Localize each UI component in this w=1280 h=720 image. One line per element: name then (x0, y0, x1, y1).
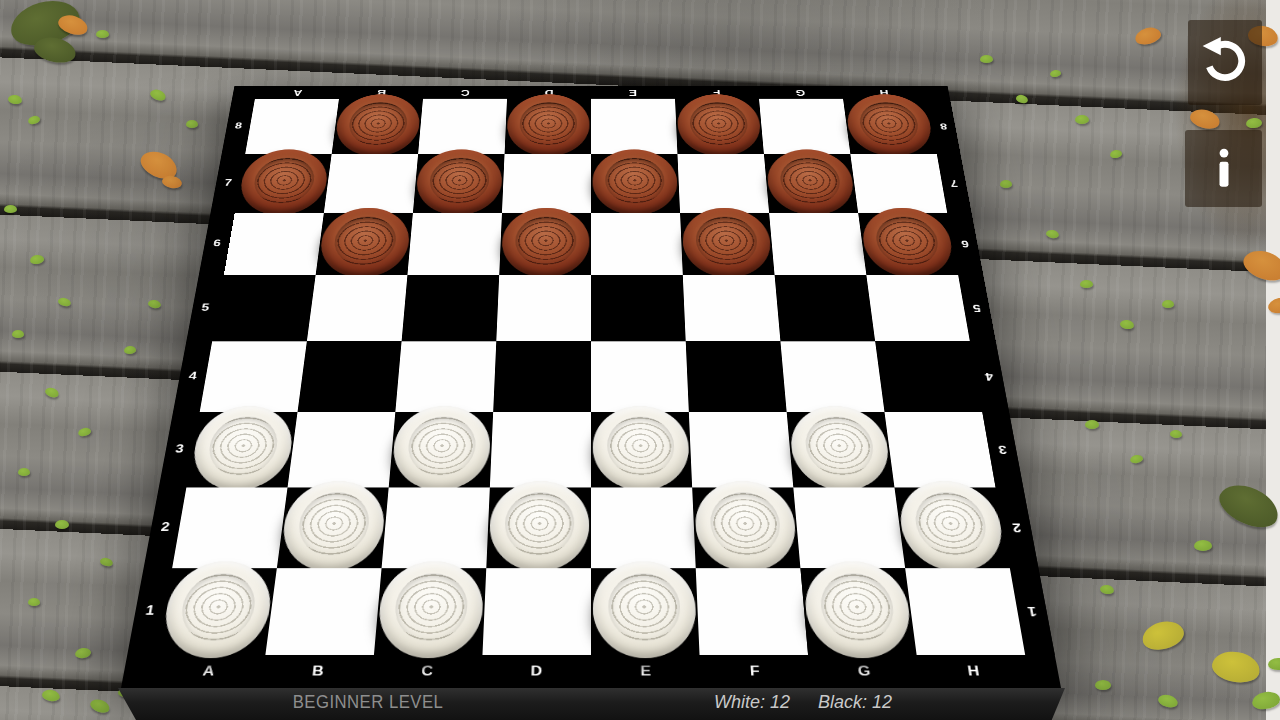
piece-rings (296, 493, 372, 556)
square-f5[interactable] (683, 275, 781, 341)
piece-rings (347, 102, 409, 145)
square-a8[interactable] (245, 99, 339, 154)
status-bar: BEGINNER LEVEL White: 12 Black: 12 (118, 688, 1065, 720)
square-e1[interactable] (591, 568, 700, 655)
piece-rings (504, 493, 574, 556)
piece-white-d2[interactable] (488, 481, 589, 571)
board-corner (925, 86, 950, 99)
square-b6[interactable] (316, 213, 413, 275)
square-b8[interactable] (332, 99, 423, 154)
piece-counts: White: 12 Black: 12 (714, 692, 892, 713)
checkers-board: ABCDEFGH8877665544332211ABCDEFGH (121, 86, 1061, 688)
piece-rings (873, 217, 941, 266)
square-g8[interactable] (759, 99, 850, 154)
info-icon (1201, 144, 1247, 194)
square-e8[interactable] (591, 99, 677, 154)
piece-rings (608, 574, 681, 642)
square-c7[interactable] (413, 154, 505, 213)
leaf (1085, 420, 1099, 429)
square-a4[interactable] (200, 341, 307, 412)
square-d4[interactable] (493, 341, 591, 412)
piece-white-c3[interactable] (390, 406, 491, 490)
black-count-label: Black: 12 (818, 692, 892, 713)
square-a5[interactable] (212, 275, 315, 341)
square-c5[interactable] (402, 275, 500, 341)
square-c2[interactable] (382, 487, 490, 568)
file-label-bottom-h: H (917, 655, 1031, 688)
piece-dark-f6[interactable] (682, 208, 773, 278)
leaf (55, 520, 69, 529)
square-c6[interactable] (407, 213, 502, 275)
square-d7[interactable] (502, 154, 591, 213)
piece-rings (205, 417, 281, 476)
file-label-top-c: C (423, 86, 508, 99)
piece-dark-b8[interactable] (333, 94, 422, 156)
square-f2[interactable] (692, 487, 800, 568)
piece-rings (515, 217, 577, 266)
square-h2[interactable] (894, 487, 1009, 568)
square-h8[interactable] (843, 99, 937, 154)
square-d8[interactable] (505, 99, 591, 154)
leaf (1268, 658, 1280, 670)
leaf (1095, 680, 1111, 690)
square-g6[interactable] (769, 213, 866, 275)
piece-rings (709, 493, 782, 556)
file-label-bottom-f: F (700, 655, 811, 688)
square-b2[interactable] (277, 487, 389, 568)
square-g7[interactable] (764, 154, 858, 213)
piece-rings (818, 574, 897, 642)
info-button[interactable] (1185, 130, 1262, 207)
piece-white-a1[interactable] (158, 562, 275, 659)
piece-rings (803, 417, 876, 476)
square-f7[interactable] (677, 154, 769, 213)
square-f4[interactable] (686, 341, 787, 412)
square-c8[interactable] (418, 99, 507, 154)
square-g3[interactable] (787, 412, 895, 487)
square-c3[interactable] (389, 412, 493, 487)
piece-dark-b6[interactable] (317, 208, 411, 278)
piece-rings (605, 158, 665, 204)
piece-white-e3[interactable] (593, 406, 690, 490)
piece-dark-h8[interactable] (844, 94, 935, 156)
square-a1[interactable] (157, 568, 277, 655)
piece-rings (519, 102, 577, 145)
square-a2[interactable] (172, 487, 287, 568)
leaf (186, 120, 198, 128)
square-a7[interactable] (235, 154, 332, 213)
piece-white-b2[interactable] (278, 481, 387, 571)
file-label-bottom-g: G (808, 655, 921, 688)
square-a6[interactable] (224, 213, 324, 275)
square-d6[interactable] (499, 213, 591, 275)
piece-rings (393, 574, 469, 642)
leaf (1000, 180, 1012, 188)
undo-ccw-arrow-icon (1200, 36, 1250, 90)
square-h1[interactable] (905, 568, 1025, 655)
piece-white-a3[interactable] (188, 406, 296, 490)
leaf (12, 330, 24, 338)
board-corner (1025, 655, 1061, 688)
square-b4[interactable] (298, 341, 402, 412)
board-corner (232, 86, 257, 99)
white-count-label: White: 12 (714, 692, 790, 713)
piece-white-g1[interactable] (802, 562, 915, 659)
leaf (1162, 300, 1174, 308)
square-g4[interactable] (780, 341, 884, 412)
piece-rings (332, 217, 398, 266)
piece-rings (251, 158, 317, 204)
square-d1[interactable] (482, 568, 591, 655)
piece-rings (428, 158, 490, 204)
file-label-top-e: E (591, 86, 675, 99)
square-c4[interactable] (395, 341, 496, 412)
square-d2[interactable] (486, 487, 591, 568)
square-h6[interactable] (858, 213, 958, 275)
piece-dark-f8[interactable] (676, 94, 762, 156)
file-label-bottom-e: E (591, 655, 701, 688)
square-f3[interactable] (689, 412, 793, 487)
square-h5[interactable] (866, 275, 969, 341)
square-f1[interactable] (696, 568, 808, 655)
piece-rings (177, 574, 259, 642)
piece-rings (695, 217, 759, 266)
file-label-top-a: A (255, 86, 341, 99)
leaf (28, 598, 40, 606)
square-f8[interactable] (675, 99, 764, 154)
piece-rings (607, 417, 675, 476)
piece-dark-a7[interactable] (236, 150, 330, 216)
file-label-bottom-b: B (261, 655, 374, 688)
piece-dark-e7[interactable] (593, 150, 679, 216)
square-a3[interactable] (186, 412, 297, 487)
leaf (1075, 115, 1089, 124)
square-h7[interactable] (850, 154, 947, 213)
leaf (1194, 540, 1212, 551)
square-d3[interactable] (490, 412, 591, 487)
square-g2[interactable] (793, 487, 905, 568)
file-label-bottom-c: C (371, 655, 482, 688)
square-e6[interactable] (591, 213, 683, 275)
file-label-top-g: G (758, 86, 843, 99)
right-edge-light-strip (1266, 0, 1280, 720)
file-label-bottom-d: D (481, 655, 591, 688)
leaf (18, 468, 30, 476)
square-b7[interactable] (324, 154, 418, 213)
square-d5[interactable] (496, 275, 591, 341)
square-g1[interactable] (800, 568, 916, 655)
piece-white-e1[interactable] (593, 562, 697, 659)
piece-white-f2[interactable] (694, 481, 799, 571)
leaf (1080, 280, 1093, 288)
square-f6[interactable] (680, 213, 775, 275)
square-h4[interactable] (875, 341, 982, 412)
level-label: BEGINNER LEVEL (275, 692, 461, 713)
square-e3[interactable] (591, 412, 692, 487)
leaf (4, 205, 17, 213)
piece-dark-g7[interactable] (765, 150, 856, 216)
leaf (96, 30, 109, 38)
square-e5[interactable] (591, 275, 686, 341)
square-b1[interactable] (265, 568, 381, 655)
piece-rings (406, 417, 477, 476)
square-b3[interactable] (288, 412, 396, 487)
piece-dark-d6[interactable] (501, 208, 589, 278)
piece-white-h2[interactable] (896, 481, 1009, 571)
square-h3[interactable] (884, 412, 995, 487)
leaf (1170, 429, 1183, 438)
board-grid: ABCDEFGH8877665544332211ABCDEFGH (121, 86, 1061, 688)
undo-button[interactable] (1188, 20, 1262, 105)
game-screen: ABCDEFGH8877665544332211ABCDEFGH BEGINNE… (0, 0, 1280, 720)
square-b5[interactable] (307, 275, 408, 341)
piece-rings (857, 102, 921, 145)
piece-dark-d8[interactable] (506, 94, 589, 156)
square-e4[interactable] (591, 341, 689, 412)
piece-white-g3[interactable] (788, 406, 893, 490)
square-e7[interactable] (591, 154, 680, 213)
leaf (980, 55, 993, 63)
square-g5[interactable] (775, 275, 876, 341)
piece-rings (778, 158, 842, 204)
piece-rings (689, 102, 749, 145)
file-label-bottom-a: A (151, 655, 265, 688)
piece-dark-h6[interactable] (859, 208, 957, 278)
square-e2[interactable] (591, 487, 696, 568)
piece-white-c1[interactable] (376, 562, 485, 659)
piece-dark-c7[interactable] (414, 150, 503, 216)
piece-rings (912, 493, 991, 556)
square-c1[interactable] (374, 568, 486, 655)
